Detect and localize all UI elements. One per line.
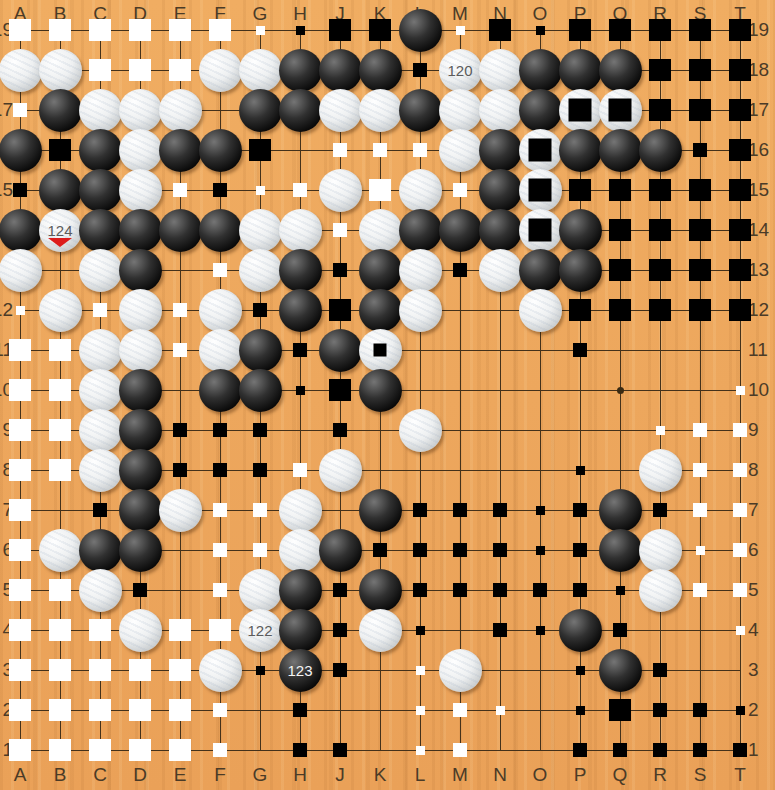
white-territory-marker — [736, 386, 745, 395]
coord-label-left: 17 — [0, 99, 13, 121]
white-stone — [439, 89, 482, 132]
black-stone — [119, 249, 162, 292]
black-stone — [479, 129, 522, 172]
coord-label-right: 10 — [748, 379, 775, 401]
white-territory-marker — [733, 503, 747, 517]
black-territory-marker — [649, 99, 671, 121]
white-stone — [639, 569, 682, 612]
white-territory-marker — [413, 143, 427, 157]
coord-label-right: 7 — [748, 499, 775, 521]
white-territory-marker — [253, 503, 267, 517]
black-territory-marker — [693, 703, 707, 717]
white-stone — [439, 649, 482, 692]
white-stone — [199, 649, 242, 692]
black-stone — [119, 409, 162, 452]
white-territory-marker — [416, 666, 425, 675]
white-territory-marker — [9, 619, 31, 641]
black-territory-marker — [329, 299, 351, 321]
white-stone — [119, 89, 162, 132]
black-territory-marker — [613, 743, 627, 757]
black-territory-marker — [493, 503, 507, 517]
black-stone — [639, 129, 682, 172]
black-territory-marker — [413, 503, 427, 517]
black-stone — [119, 489, 162, 532]
white-territory-marker — [49, 659, 71, 681]
coord-label-right: 8 — [748, 459, 775, 481]
last-move-triangle — [48, 238, 72, 247]
black-territory-marker — [333, 583, 347, 597]
black-territory-marker — [649, 59, 671, 81]
white-stone: 124 — [39, 209, 82, 252]
white-territory-marker — [733, 583, 747, 597]
black-territory-marker — [536, 546, 545, 555]
white-territory-marker — [169, 739, 191, 761]
white-territory-marker — [496, 706, 505, 715]
dead-stone-marker — [374, 344, 387, 357]
white-territory-marker — [169, 699, 191, 721]
white-territory-marker — [49, 419, 71, 441]
black-stone — [599, 49, 642, 92]
black-stone — [399, 9, 442, 52]
white-stone — [79, 449, 122, 492]
black-stone: 123 — [279, 649, 322, 692]
white-stone — [239, 49, 282, 92]
coord-label-right: 11 — [748, 339, 775, 361]
white-territory-marker — [693, 503, 707, 517]
coord-label-bottom: S — [680, 764, 720, 786]
coord-label-bottom: K — [360, 764, 400, 786]
white-territory-marker — [49, 699, 71, 721]
white-territory-marker — [9, 379, 31, 401]
white-territory-marker — [209, 619, 231, 641]
white-territory-marker — [49, 339, 71, 361]
black-territory-marker — [213, 183, 227, 197]
black-territory-marker — [689, 59, 711, 81]
white-territory-marker — [89, 19, 111, 41]
black-territory-marker — [533, 583, 547, 597]
white-stone — [79, 369, 122, 412]
white-territory-marker — [693, 463, 707, 477]
white-stone — [479, 49, 522, 92]
black-territory-marker — [576, 706, 585, 715]
black-territory-marker — [413, 583, 427, 597]
board-grid-line — [420, 30, 421, 751]
black-stone — [119, 209, 162, 252]
white-territory-marker — [736, 626, 745, 635]
coord-label-right: 5 — [748, 579, 775, 601]
black-stone — [559, 609, 602, 652]
black-stone — [519, 249, 562, 292]
white-territory-marker — [416, 746, 425, 755]
coord-label-bottom: R — [640, 764, 680, 786]
white-territory-marker — [9, 339, 31, 361]
black-stone — [599, 529, 642, 572]
black-territory-marker — [536, 506, 545, 515]
black-territory-marker — [333, 743, 347, 757]
black-territory-marker — [253, 423, 267, 437]
white-stone — [79, 329, 122, 372]
coord-label-bottom: N — [480, 764, 520, 786]
white-stone — [79, 409, 122, 452]
white-stone — [639, 449, 682, 492]
white-territory-marker — [129, 739, 151, 761]
white-territory-marker — [733, 463, 747, 477]
black-territory-marker — [649, 179, 671, 201]
white-territory-marker — [89, 619, 111, 641]
white-stone — [519, 209, 562, 252]
white-territory-marker — [293, 183, 307, 197]
black-territory-marker — [576, 466, 585, 475]
black-territory-marker — [649, 19, 671, 41]
black-stone — [79, 529, 122, 572]
black-territory-marker — [573, 343, 587, 357]
white-territory-marker — [49, 739, 71, 761]
black-territory-marker — [649, 299, 671, 321]
black-territory-marker — [653, 663, 667, 677]
white-stone — [319, 169, 362, 212]
black-territory-marker — [256, 666, 265, 675]
white-territory-marker — [209, 19, 231, 41]
black-territory-marker — [729, 299, 751, 321]
black-territory-marker — [653, 503, 667, 517]
white-territory-marker — [9, 459, 31, 481]
black-territory-marker — [49, 139, 71, 161]
white-territory-marker — [89, 699, 111, 721]
black-territory-marker — [616, 586, 625, 595]
coord-label-right: 3 — [748, 659, 775, 681]
black-territory-marker — [453, 503, 467, 517]
white-stone — [399, 409, 442, 452]
coord-label-left: 12 — [0, 299, 13, 321]
white-territory-marker — [733, 543, 747, 557]
white-territory-marker — [13, 103, 27, 117]
coord-label-right: 17 — [748, 99, 775, 121]
black-territory-marker — [576, 666, 585, 675]
black-territory-marker — [569, 179, 591, 201]
black-territory-marker — [213, 463, 227, 477]
white-stone — [279, 209, 322, 252]
black-territory-marker — [573, 503, 587, 517]
white-territory-marker — [129, 659, 151, 681]
white-stone — [239, 569, 282, 612]
black-stone — [319, 329, 362, 372]
white-territory-marker — [49, 579, 71, 601]
black-stone — [79, 209, 122, 252]
black-territory-marker — [13, 183, 27, 197]
coord-label-bottom: G — [240, 764, 280, 786]
white-stone — [359, 329, 402, 372]
coord-label-right: 18 — [748, 59, 775, 81]
black-territory-marker — [689, 299, 711, 321]
white-stone — [0, 49, 42, 92]
black-territory-marker — [609, 179, 631, 201]
black-territory-marker — [333, 623, 347, 637]
black-stone — [599, 129, 642, 172]
white-stone — [359, 209, 402, 252]
black-territory-marker — [573, 743, 587, 757]
coord-label-bottom: A — [0, 764, 40, 786]
coord-label-bottom: H — [280, 764, 320, 786]
white-territory-marker — [9, 539, 31, 561]
black-territory-marker — [493, 543, 507, 557]
white-territory-marker — [453, 743, 467, 757]
black-territory-marker — [689, 99, 711, 121]
black-territory-marker — [413, 543, 427, 557]
black-stone — [559, 129, 602, 172]
white-stone — [319, 89, 362, 132]
white-stone — [399, 249, 442, 292]
black-territory-marker — [536, 26, 545, 35]
white-stone — [199, 329, 242, 372]
white-stone — [519, 129, 562, 172]
black-stone — [0, 209, 42, 252]
white-stone — [0, 249, 42, 292]
white-territory-marker — [733, 423, 747, 437]
black-stone — [39, 89, 82, 132]
black-stone — [359, 249, 402, 292]
white-stone — [479, 89, 522, 132]
black-stone — [119, 449, 162, 492]
white-stone — [119, 289, 162, 332]
black-stone — [359, 569, 402, 612]
black-stone — [319, 529, 362, 572]
white-territory-marker — [9, 699, 31, 721]
black-territory-marker — [689, 179, 711, 201]
black-territory-marker — [689, 259, 711, 281]
white-territory-marker — [49, 459, 71, 481]
white-territory-marker — [333, 143, 347, 157]
coord-label-bottom: J — [320, 764, 360, 786]
white-stone — [79, 89, 122, 132]
black-stone — [199, 209, 242, 252]
black-stone — [359, 289, 402, 332]
black-territory-marker — [736, 706, 745, 715]
white-stone: 122 — [239, 609, 282, 652]
white-stone — [199, 49, 242, 92]
black-stone — [599, 489, 642, 532]
white-stone — [519, 289, 562, 332]
coord-label-bottom: L — [400, 764, 440, 786]
coord-label-right: 12 — [748, 299, 775, 321]
coord-label-right: 19 — [748, 19, 775, 41]
white-territory-marker — [89, 59, 111, 81]
coord-label-right: 15 — [748, 179, 775, 201]
black-territory-marker — [453, 263, 467, 277]
white-territory-marker — [416, 706, 425, 715]
black-territory-marker — [453, 583, 467, 597]
black-stone — [479, 209, 522, 252]
black-territory-marker — [729, 259, 751, 281]
white-territory-marker — [293, 463, 307, 477]
black-stone — [399, 209, 442, 252]
coord-label-right: 9 — [748, 419, 775, 441]
black-territory-marker — [573, 583, 587, 597]
black-territory-marker — [609, 19, 631, 41]
white-stone — [479, 249, 522, 292]
white-territory-marker — [456, 26, 465, 35]
white-territory-marker — [253, 543, 267, 557]
black-territory-marker — [173, 463, 187, 477]
white-stone: 120 — [439, 49, 482, 92]
black-stone — [559, 49, 602, 92]
go-board[interactable]: AABBCCDDEEFFGGHHJJKKLLMMNNOOPPQQRRSSTT19… — [0, 0, 775, 790]
white-stone — [39, 529, 82, 572]
black-territory-marker — [296, 386, 305, 395]
black-territory-marker — [293, 703, 307, 717]
move-number-label: 123 — [287, 662, 312, 679]
black-stone — [519, 89, 562, 132]
white-territory-marker — [453, 183, 467, 197]
black-territory-marker — [293, 743, 307, 757]
black-territory-marker — [729, 59, 751, 81]
black-territory-marker — [729, 179, 751, 201]
white-stone — [319, 449, 362, 492]
black-territory-marker — [536, 626, 545, 635]
black-stone — [559, 249, 602, 292]
black-territory-marker — [493, 623, 507, 637]
white-territory-marker — [333, 223, 347, 237]
black-stone — [399, 89, 442, 132]
coord-label-left: 15 — [0, 179, 13, 201]
black-territory-marker — [733, 743, 747, 757]
black-stone — [279, 289, 322, 332]
white-stone — [239, 209, 282, 252]
white-territory-marker — [129, 59, 151, 81]
white-territory-marker — [453, 703, 467, 717]
white-stone — [239, 249, 282, 292]
white-stone — [399, 169, 442, 212]
coord-label-bottom: F — [200, 764, 240, 786]
coord-label-bottom: C — [80, 764, 120, 786]
black-stone — [599, 649, 642, 692]
white-stone — [199, 289, 242, 332]
white-territory-marker — [129, 699, 151, 721]
white-territory-marker — [256, 26, 265, 35]
coord-label-top: M — [440, 3, 480, 25]
black-stone — [239, 329, 282, 372]
board-grid-line — [700, 30, 701, 751]
black-territory-marker — [493, 583, 507, 597]
white-territory-marker — [9, 19, 31, 41]
white-territory-marker — [693, 583, 707, 597]
coord-label-bottom: T — [720, 764, 760, 786]
black-territory-marker — [609, 219, 631, 241]
white-stone — [79, 249, 122, 292]
black-stone — [279, 609, 322, 652]
coord-label-right: 4 — [748, 619, 775, 641]
white-territory-marker — [89, 739, 111, 761]
black-stone — [359, 489, 402, 532]
white-stone — [399, 289, 442, 332]
black-stone — [279, 249, 322, 292]
black-territory-marker — [609, 299, 631, 321]
black-territory-marker — [653, 703, 667, 717]
white-territory-marker — [373, 143, 387, 157]
coord-label-bottom: P — [560, 764, 600, 786]
coord-label-right: 1 — [748, 739, 775, 761]
white-territory-marker — [369, 179, 391, 201]
black-stone — [319, 49, 362, 92]
coord-label-right: 13 — [748, 259, 775, 281]
black-territory-marker — [413, 63, 427, 77]
white-territory-marker — [9, 739, 31, 761]
white-stone — [119, 609, 162, 652]
move-number-label: 120 — [447, 62, 472, 79]
white-territory-marker — [89, 659, 111, 681]
white-stone — [39, 289, 82, 332]
black-territory-marker — [213, 423, 227, 437]
black-territory-marker — [569, 19, 591, 41]
white-territory-marker — [93, 303, 107, 317]
black-territory-marker — [93, 503, 107, 517]
black-territory-marker — [253, 303, 267, 317]
white-territory-marker — [49, 619, 71, 641]
white-territory-marker — [169, 59, 191, 81]
black-stone — [239, 89, 282, 132]
white-territory-marker — [213, 263, 227, 277]
coord-label-bottom: M — [440, 764, 480, 786]
white-territory-marker — [9, 579, 31, 601]
black-territory-marker — [729, 19, 751, 41]
dead-stone-marker — [529, 179, 552, 202]
black-stone — [359, 49, 402, 92]
white-stone — [559, 89, 602, 132]
black-stone — [199, 369, 242, 412]
white-territory-marker — [256, 186, 265, 195]
black-stone — [279, 569, 322, 612]
black-stone — [199, 129, 242, 172]
black-stone — [119, 529, 162, 572]
white-stone — [79, 569, 122, 612]
white-stone — [39, 49, 82, 92]
black-territory-marker — [333, 423, 347, 437]
dead-stone-marker — [529, 139, 552, 162]
black-stone — [39, 169, 82, 212]
white-territory-marker — [213, 743, 227, 757]
white-territory-marker — [213, 543, 227, 557]
black-stone — [0, 129, 42, 172]
black-stone — [279, 89, 322, 132]
dead-stone-marker — [609, 99, 632, 122]
white-territory-marker — [213, 583, 227, 597]
dead-stone-marker — [569, 99, 592, 122]
coord-label-top: O — [520, 3, 560, 25]
white-territory-marker — [173, 303, 187, 317]
black-territory-marker — [729, 219, 751, 241]
black-stone — [79, 169, 122, 212]
black-territory-marker — [729, 99, 751, 121]
white-stone — [359, 89, 402, 132]
white-stone — [119, 329, 162, 372]
white-territory-marker — [169, 619, 191, 641]
white-stone — [639, 529, 682, 572]
black-territory-marker — [249, 139, 271, 161]
white-territory-marker — [173, 343, 187, 357]
coord-label-bottom: E — [160, 764, 200, 786]
coord-label-bottom: Q — [600, 764, 640, 786]
black-stone — [159, 209, 202, 252]
white-stone — [279, 489, 322, 532]
black-stone — [519, 49, 562, 92]
coord-label-right: 2 — [748, 699, 775, 721]
white-territory-marker — [169, 659, 191, 681]
black-territory-marker — [489, 19, 511, 41]
coord-label-bottom: D — [120, 764, 160, 786]
white-territory-marker — [696, 546, 705, 555]
white-territory-marker — [9, 419, 31, 441]
white-territory-marker — [169, 19, 191, 41]
white-stone — [159, 489, 202, 532]
